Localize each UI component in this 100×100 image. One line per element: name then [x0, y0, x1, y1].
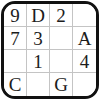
cell-r2c2[interactable]: 3 — [27, 27, 50, 50]
cell-r1c2[interactable]: D — [27, 4, 50, 27]
cell-r2c1[interactable]: 7 — [4, 27, 27, 50]
cell-r1c4[interactable] — [73, 4, 96, 27]
cell-r3c4[interactable]: 4 — [73, 50, 96, 73]
cell-r4c4[interactable] — [73, 73, 96, 96]
cell-r3c2[interactable]: 1 — [27, 50, 50, 73]
cell-r1c3[interactable]: 2 — [50, 4, 73, 27]
cell-r3c1[interactable] — [4, 50, 27, 73]
cell-r2c4[interactable]: A — [73, 27, 96, 50]
puzzle-grid: 9 D 2 7 3 A 1 4 C G — [4, 4, 96, 96]
cell-r4c1[interactable]: C — [4, 73, 27, 96]
cell-r4c2[interactable] — [27, 73, 50, 96]
cell-r1c1[interactable]: 9 — [4, 4, 27, 27]
puzzle-board: 9 D 2 7 3 A 1 4 C G — [1, 1, 99, 99]
cell-r4c3[interactable]: G — [50, 73, 73, 96]
cell-r2c3[interactable] — [50, 27, 73, 50]
cell-r3c3[interactable] — [50, 50, 73, 73]
